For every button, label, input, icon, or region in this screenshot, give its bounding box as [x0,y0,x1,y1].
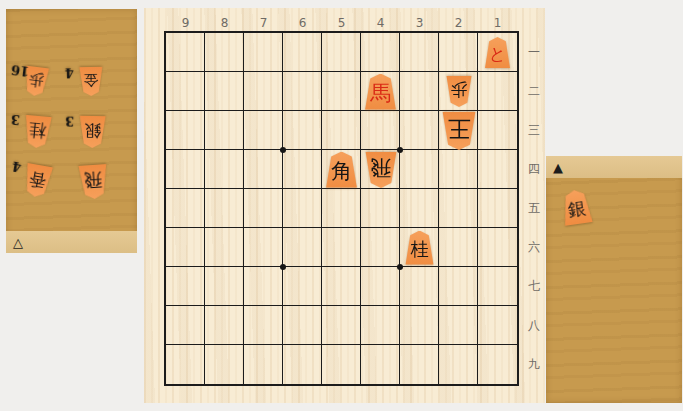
file-label: 3 [400,16,439,30]
board-square[interactable] [244,306,283,345]
hand-piece-count: 16 [10,62,30,79]
board-square[interactable] [478,345,517,384]
board-square[interactable] [322,72,361,111]
board-piece-2二[interactable]: 歩 [446,76,472,107]
rank-label: 二 [525,72,543,111]
board-square[interactable] [478,150,517,189]
piece-glyph: 香 [21,163,53,199]
sente-hand-panel: ▲ 銀 [546,156,682,403]
rank-label: 七 [525,267,543,306]
board-square[interactable] [322,111,361,150]
board-piece-5四[interactable]: 角 [326,152,358,188]
board-square[interactable] [322,189,361,228]
board-square[interactable] [244,111,283,150]
board-square[interactable] [478,189,517,228]
piece-glyph: と [485,37,511,68]
board-square[interactable] [478,72,517,111]
file-label: 1 [478,16,517,30]
board-square[interactable] [283,189,322,228]
gote-marker-icon: △ [13,235,23,250]
board-square[interactable] [166,111,205,150]
board-square[interactable] [283,33,322,72]
rank-label: 五 [525,189,543,228]
sente-strip: ▲ [546,156,682,178]
file-label: 6 [283,16,322,30]
board-square[interactable] [166,306,205,345]
board-square[interactable] [166,189,205,228]
board-square[interactable] [361,33,400,72]
board-square[interactable] [322,33,361,72]
shogi-app: { "game": "shogi", "description": "tsume… [0,0,683,411]
board-square[interactable] [478,267,517,306]
hand-slot: 金4 [79,67,129,111]
board-square[interactable] [205,267,244,306]
board-square[interactable] [439,228,478,267]
gote-hand-piece[interactable]: 桂3 [23,115,53,149]
board-square[interactable] [205,111,244,150]
board-square[interactable] [205,189,244,228]
hand-slot: 香4 [24,165,74,209]
shogi-board-panel: 987654321 一二三四五六七八九 と馬歩王角飛桂 [144,8,545,403]
gote-hand-piece[interactable]: 銀3 [79,116,107,148]
board-piece-4二[interactable]: 馬 [365,74,397,110]
board-square[interactable] [244,72,283,111]
board-square[interactable] [361,228,400,267]
board-square[interactable] [439,267,478,306]
gote-hand-piece[interactable]: 金4 [79,67,104,96]
board-square[interactable] [166,228,205,267]
board-square[interactable] [244,345,283,384]
board-square[interactable] [166,33,205,72]
piece-glyph: 桂 [405,231,434,265]
board-square[interactable] [400,72,439,111]
board-square[interactable] [439,150,478,189]
hand-piece-count: 4 [65,65,74,80]
board-square[interactable] [361,267,400,306]
board-square[interactable] [439,345,478,384]
board-square[interactable] [283,228,322,267]
piece-glyph: 王 [442,112,476,150]
board-piece-4四[interactable]: 飛 [365,152,397,188]
board-square[interactable] [244,150,283,189]
piece-glyph: 角 [326,152,358,188]
board-square[interactable] [244,267,283,306]
rank-label: 六 [525,228,543,267]
board-square[interactable] [205,33,244,72]
board-square[interactable] [283,267,322,306]
board-square[interactable] [205,345,244,384]
board-square[interactable] [244,189,283,228]
board-square[interactable] [400,267,439,306]
board-square[interactable] [205,228,244,267]
piece-glyph: 飛 [78,164,109,200]
board-square[interactable] [283,345,322,384]
hand-piece-count: 4 [11,158,23,174]
hand-piece-count: 3 [10,112,20,128]
board-square[interactable] [400,33,439,72]
board-square[interactable] [400,150,439,189]
gote-hand-piece[interactable]: 歩16 [22,66,49,98]
board-square[interactable] [361,306,400,345]
rank-label: 一 [525,33,543,72]
board-square[interactable] [322,267,361,306]
board-square[interactable] [283,306,322,345]
hand-slot: 飛 [79,165,129,209]
board-square[interactable] [439,306,478,345]
rank-label: 九 [525,345,543,384]
board-square[interactable] [361,345,400,384]
board-square[interactable] [400,111,439,150]
board-square[interactable] [439,189,478,228]
board-square[interactable] [400,306,439,345]
board-square[interactable] [205,150,244,189]
board-square[interactable] [400,189,439,228]
piece-glyph: 馬 [365,74,397,110]
gote-hand-panel: 歩16金4桂3銀3香4飛 △ [6,9,137,253]
gote-hand-piece[interactable]: 飛 [78,164,109,200]
file-label: 9 [166,16,205,30]
file-label: 7 [244,16,283,30]
board-square[interactable] [478,306,517,345]
file-labels: 987654321 [166,16,517,31]
rank-label: 八 [525,306,543,345]
board-square[interactable] [166,267,205,306]
board-square[interactable] [361,189,400,228]
board-square[interactable] [322,228,361,267]
board-square[interactable] [322,306,361,345]
piece-glyph: 銀 [560,188,593,226]
hand-slot: 銀3 [79,116,129,160]
board-square[interactable] [439,33,478,72]
board-square[interactable] [244,228,283,267]
piece-glyph: 飛 [365,152,397,188]
board-piece-2三[interactable]: 王 [442,112,476,150]
file-label: 8 [205,16,244,30]
board-square[interactable] [244,33,283,72]
rank-label: 四 [525,150,543,189]
file-label: 2 [439,16,478,30]
piece-glyph: 歩 [446,76,472,107]
board-square[interactable] [205,72,244,111]
file-label: 5 [322,16,361,30]
board-square[interactable] [478,228,517,267]
board-piece-3六[interactable]: 桂 [405,231,434,265]
board-square[interactable] [205,306,244,345]
board-square[interactable] [283,72,322,111]
board-square[interactable] [283,150,322,189]
board-square[interactable] [361,111,400,150]
shogi-board: と馬歩王角飛桂 [164,31,519,386]
piece-glyph: 銀 [79,116,107,148]
board-square[interactable] [166,150,205,189]
board-square[interactable] [322,345,361,384]
rank-labels: 一二三四五六七八九 [525,33,543,384]
board-square[interactable] [166,72,205,111]
board-square[interactable] [283,111,322,150]
piece-glyph: 桂 [23,115,53,149]
gote-hand-piece[interactable]: 香4 [21,163,53,199]
hand-piece-count: 3 [65,114,74,129]
board-square[interactable] [400,345,439,384]
sente-hand-piece[interactable]: 銀 [560,188,593,226]
piece-glyph: 金 [79,67,104,96]
sente-marker-icon: ▲ [553,160,563,175]
board-square[interactable] [478,111,517,150]
file-label: 4 [361,16,400,30]
rank-label: 三 [525,111,543,150]
board-piece-1一[interactable]: と [485,37,511,68]
gote-strip: △ [6,231,137,253]
board-square[interactable] [166,345,205,384]
